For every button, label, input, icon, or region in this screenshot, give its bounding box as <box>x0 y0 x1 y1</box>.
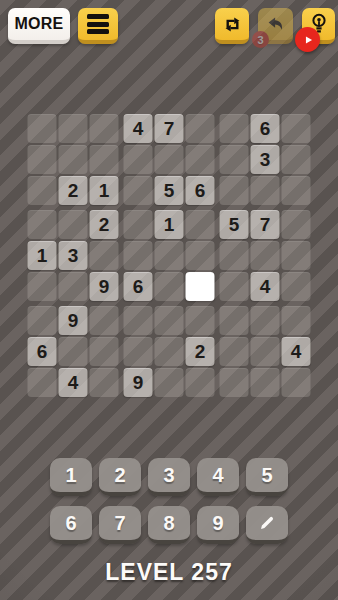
sudoku-cell[interactable] <box>220 241 249 270</box>
sudoku-cell[interactable]: 4 <box>282 337 311 366</box>
numpad: 12345 6789 <box>0 458 338 544</box>
board-row: 2157 <box>28 210 311 239</box>
sudoku-cell[interactable] <box>90 306 119 335</box>
sudoku-cell[interactable] <box>28 176 57 205</box>
sudoku-cell[interactable] <box>59 114 88 143</box>
sudoku-cell[interactable] <box>59 337 88 366</box>
sudoku-cell[interactable]: 9 <box>59 306 88 335</box>
sudoku-cell[interactable] <box>124 241 153 270</box>
sudoku-cell[interactable]: 9 <box>90 272 119 301</box>
sudoku-cell[interactable]: 6 <box>251 114 280 143</box>
app-root: MORE 3 <box>0 0 338 600</box>
menu-button[interactable] <box>78 8 118 44</box>
sudoku-cell[interactable] <box>186 210 215 239</box>
pencil-button[interactable] <box>246 506 288 544</box>
sudoku-cell[interactable] <box>220 337 249 366</box>
sudoku-cell[interactable] <box>282 145 311 174</box>
sudoku-cell[interactable]: 2 <box>90 210 119 239</box>
numpad-row-1: 12345 <box>50 458 288 496</box>
sudoku-cell[interactable] <box>155 241 184 270</box>
sudoku-cell[interactable] <box>59 210 88 239</box>
sudoku-cell[interactable] <box>282 241 311 270</box>
sudoku-cell[interactable] <box>251 241 280 270</box>
sudoku-cell[interactable]: 4 <box>124 114 153 143</box>
sudoku-cell[interactable] <box>28 272 57 301</box>
sudoku-cell[interactable] <box>90 337 119 366</box>
sudoku-cell[interactable] <box>186 145 215 174</box>
sudoku-cell[interactable] <box>251 176 280 205</box>
sudoku-cell[interactable] <box>155 368 184 397</box>
restart-loop-icon <box>221 13 244 36</box>
sudoku-cell[interactable] <box>220 306 249 335</box>
board-row: 13 <box>28 241 311 270</box>
sudoku-cell[interactable] <box>28 114 57 143</box>
sudoku-cell[interactable]: 1 <box>155 210 184 239</box>
sudoku-cell[interactable] <box>28 210 57 239</box>
sudoku-cell[interactable] <box>59 145 88 174</box>
board-row: 964 <box>28 272 311 301</box>
topbar: MORE 3 <box>8 8 335 44</box>
sudoku-cell[interactable]: 7 <box>155 114 184 143</box>
undo-arrow-icon <box>264 13 287 36</box>
sudoku-cell[interactable] <box>220 272 249 301</box>
sudoku-cell[interactable] <box>282 210 311 239</box>
video-play-badge[interactable] <box>295 27 320 52</box>
sudoku-cell[interactable] <box>220 368 249 397</box>
sudoku-cell[interactable] <box>220 145 249 174</box>
sudoku-cell[interactable]: 5 <box>220 210 249 239</box>
sudoku-cell[interactable] <box>59 272 88 301</box>
sudoku-cell[interactable] <box>251 337 280 366</box>
sudoku-cell[interactable] <box>28 368 57 397</box>
numpad-key-4[interactable]: 4 <box>197 458 239 496</box>
numpad-key-9[interactable]: 9 <box>197 506 239 544</box>
sudoku-cell[interactable] <box>155 306 184 335</box>
play-icon <box>301 33 315 47</box>
sudoku-cell[interactable] <box>282 368 311 397</box>
hamburger-icon <box>87 14 109 34</box>
numpad-row-2: 6789 <box>50 506 288 544</box>
board-row: 49 <box>28 368 311 397</box>
more-button[interactable]: MORE <box>8 8 70 44</box>
sudoku-cell[interactable] <box>186 306 215 335</box>
sudoku-cell[interactable] <box>124 145 153 174</box>
sudoku-cell[interactable] <box>124 337 153 366</box>
sudoku-cell[interactable]: 6 <box>186 176 215 205</box>
sudoku-cell[interactable] <box>90 368 119 397</box>
sudoku-cell[interactable] <box>124 176 153 205</box>
numpad-key-6[interactable]: 6 <box>50 506 92 544</box>
sudoku-cell[interactable] <box>124 306 153 335</box>
sudoku-cell[interactable] <box>220 176 249 205</box>
board-row: 2156 <box>28 176 311 205</box>
sudoku-cell[interactable] <box>90 241 119 270</box>
sudoku-cell[interactable]: 3 <box>59 241 88 270</box>
sudoku-cell[interactable] <box>124 210 153 239</box>
sudoku-cell[interactable] <box>155 145 184 174</box>
board-row: 624 <box>28 337 311 366</box>
hint-button-group <box>302 8 335 44</box>
more-label: MORE <box>15 15 64 33</box>
sudoku-cell[interactable] <box>282 272 311 301</box>
sudoku-cell[interactable]: 6 <box>28 337 57 366</box>
board-row: 3 <box>28 145 311 174</box>
level-label: LEVEL 257 <box>0 559 338 586</box>
sudoku-cell[interactable]: 7 <box>251 210 280 239</box>
sudoku-cell[interactable] <box>186 114 215 143</box>
sudoku-cell[interactable] <box>282 114 311 143</box>
sudoku-cell[interactable] <box>90 114 119 143</box>
sudoku-cell[interactable]: 5 <box>155 176 184 205</box>
pencil-icon <box>257 513 277 533</box>
sudoku-cell[interactable]: 2 <box>186 337 215 366</box>
sudoku-cell[interactable] <box>28 145 57 174</box>
restart-button[interactable] <box>215 8 249 44</box>
numpad-key-7[interactable]: 7 <box>99 506 141 544</box>
sudoku-cell[interactable] <box>155 337 184 366</box>
numpad-key-2[interactable]: 2 <box>99 458 141 496</box>
sudoku-cell[interactable]: 6 <box>124 272 153 301</box>
sudoku-board: 47632156215713964962449 <box>28 114 311 397</box>
numpad-key-1[interactable]: 1 <box>50 458 92 496</box>
numpad-key-5[interactable]: 5 <box>246 458 288 496</box>
sudoku-cell[interactable] <box>251 306 280 335</box>
sudoku-cell[interactable] <box>28 306 57 335</box>
numpad-key-8[interactable]: 8 <box>148 506 190 544</box>
sudoku-cell[interactable]: 4 <box>59 368 88 397</box>
sudoku-cell[interactable] <box>186 272 215 301</box>
undo-count-badge: 3 <box>252 31 269 48</box>
undo-button-group: 3 <box>258 8 293 44</box>
board-row: 9 <box>28 306 311 335</box>
sudoku-cell[interactable]: 2 <box>59 176 88 205</box>
sudoku-cell[interactable]: 1 <box>90 176 119 205</box>
sudoku-cell[interactable] <box>282 306 311 335</box>
sudoku-cell[interactable] <box>251 368 280 397</box>
board-row: 476 <box>28 114 311 143</box>
sudoku-cell[interactable] <box>282 176 311 205</box>
sudoku-cell[interactable]: 3 <box>251 145 280 174</box>
sudoku-cell[interactable]: 4 <box>251 272 280 301</box>
sudoku-cell[interactable] <box>186 368 215 397</box>
numpad-key-3[interactable]: 3 <box>148 458 190 496</box>
sudoku-cell[interactable]: 1 <box>28 241 57 270</box>
sudoku-cell[interactable] <box>155 272 184 301</box>
sudoku-cell[interactable] <box>90 145 119 174</box>
sudoku-cell[interactable] <box>220 114 249 143</box>
sudoku-cell[interactable] <box>186 241 215 270</box>
sudoku-cell[interactable]: 9 <box>124 368 153 397</box>
